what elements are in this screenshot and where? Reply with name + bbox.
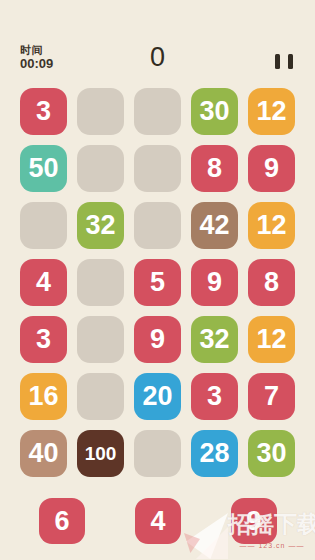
tile-12[interactable]: 12 (248, 316, 295, 363)
empty-cell (134, 145, 181, 192)
pause-icon (288, 54, 293, 69)
tile-30[interactable]: 30 (191, 88, 238, 135)
tile-4[interactable]: 4 (135, 498, 181, 544)
score-value: 0 (0, 42, 315, 73)
empty-cell (77, 373, 124, 420)
tile-9[interactable]: 9 (134, 316, 181, 363)
empty-cell (77, 145, 124, 192)
tile-8[interactable]: 8 (191, 145, 238, 192)
tile-5[interactable]: 5 (134, 259, 181, 306)
tile-8[interactable]: 8 (248, 259, 295, 306)
hud: 时间 00:09 0 (0, 0, 315, 88)
tile-32[interactable]: 32 (77, 202, 124, 249)
empty-cell (134, 430, 181, 477)
empty-cell (20, 202, 67, 249)
tile-6[interactable]: 6 (39, 498, 85, 544)
tile-3[interactable]: 3 (20, 316, 67, 363)
tile-30[interactable]: 30 (248, 430, 295, 477)
game-screen: { "game": "number-merge-tile-puzzle (204… (0, 0, 315, 560)
tile-20[interactable]: 20 (134, 373, 181, 420)
watermark-subtext: —— 123.cn —— (226, 542, 315, 549)
tile-40[interactable]: 40 (20, 430, 67, 477)
watermark-logo-icon (182, 507, 228, 557)
tile-42[interactable]: 42 (191, 202, 238, 249)
watermark: 招摇下载 —— 123.cn —— (182, 503, 315, 560)
empty-cell (77, 259, 124, 306)
tile-12[interactable]: 12 (248, 202, 295, 249)
tile-9[interactable]: 9 (191, 259, 238, 306)
pause-icon (275, 54, 280, 69)
tile-4[interactable]: 4 (20, 259, 67, 306)
tile-28[interactable]: 28 (191, 430, 238, 477)
tile-3[interactable]: 3 (191, 373, 238, 420)
tile-3[interactable]: 3 (20, 88, 67, 135)
empty-cell (77, 316, 124, 363)
pause-button[interactable] (275, 53, 293, 70)
tile-16[interactable]: 16 (20, 373, 67, 420)
tile-32[interactable]: 32 (191, 316, 238, 363)
tile-7[interactable]: 7 (248, 373, 295, 420)
watermark-text: 招摇下载 (228, 509, 315, 540)
tile-100[interactable]: 100 (77, 430, 124, 477)
tile-9[interactable]: 9 (248, 145, 295, 192)
empty-cell (134, 88, 181, 135)
empty-cell (77, 88, 124, 135)
tile-50[interactable]: 50 (20, 145, 67, 192)
empty-cell (134, 202, 181, 249)
board: 3301250893242124598393212162037401002830 (20, 88, 295, 477)
tile-12[interactable]: 12 (248, 88, 295, 135)
